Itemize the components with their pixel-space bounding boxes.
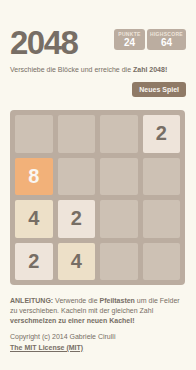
subtitle: Verschiebe die Blöcke und erreiche die Z… <box>10 66 186 75</box>
score-box-points: PUNKTE 24 <box>114 29 145 50</box>
instructions-bold1: Pfeiltasten <box>99 297 134 304</box>
instructions-part1: Verwende die <box>53 297 99 304</box>
button-row: Neues Spiel <box>10 82 186 97</box>
score-panel: PUNKTE 24 HIGHSCORE 64 <box>114 29 186 50</box>
subtitle-text: Verschiebe die Blöcke und erreiche die <box>10 66 133 73</box>
tile-4: 4 <box>58 243 96 281</box>
instructions: ANLEITUNG: Verwende die Pfeiltasten um d… <box>10 296 186 326</box>
empty-cell <box>100 158 138 196</box>
tile-8: 8 <box>15 158 53 196</box>
subtitle-goal: Zahl 2048! <box>133 66 167 73</box>
tile-2: 2 <box>58 200 96 238</box>
empty-cell <box>58 115 96 153</box>
empty-cell <box>100 200 138 238</box>
empty-cell <box>15 115 53 153</box>
mit-license-link[interactable]: The MIT License (MIT) <box>10 344 83 351</box>
highscore-value: 64 <box>161 38 172 48</box>
instructions-bold2: verschmelzen zu einer neuen Kachel! <box>10 317 135 324</box>
game-title: 2048 <box>10 27 77 58</box>
copyright: Copyright (c) 2014 Gabriele Cirulli <box>10 332 186 342</box>
instructions-label: ANLEITUNG: <box>10 297 53 304</box>
empty-cell <box>143 200 181 238</box>
empty-cell <box>58 158 96 196</box>
new-game-button[interactable]: Neues Spiel <box>132 82 186 97</box>
board[interactable]: 284224 <box>10 110 185 285</box>
score-value: 24 <box>124 38 135 48</box>
tile-2: 2 <box>15 243 53 281</box>
tile-4: 4 <box>15 200 53 238</box>
empty-cell <box>100 115 138 153</box>
score-box-highscore: HIGHSCORE 64 <box>147 29 186 50</box>
license-line: The MIT License (MIT) <box>10 343 186 353</box>
empty-cell <box>143 158 181 196</box>
page: 2048 PUNKTE 24 HIGHSCORE 64 Verschiebe d… <box>0 0 196 353</box>
empty-cell <box>143 243 181 281</box>
tile-2: 2 <box>143 115 181 153</box>
empty-cell <box>100 243 138 281</box>
header: 2048 PUNKTE 24 HIGHSCORE 64 <box>10 0 186 58</box>
